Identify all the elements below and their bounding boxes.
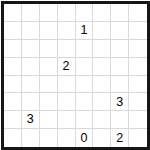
- cell-r3c2[interactable]: [40, 58, 58, 76]
- cell-r5c3[interactable]: [58, 93, 76, 111]
- cell-r7c1[interactable]: [22, 129, 40, 147]
- cell-r4c1[interactable]: [22, 76, 40, 94]
- cell-r1c0[interactable]: [4, 22, 22, 40]
- cell-r2c1[interactable]: [22, 40, 40, 58]
- cell-r5c1[interactable]: [22, 93, 40, 111]
- cell-r3c7[interactable]: [129, 58, 147, 76]
- cell-r3c3: 2: [58, 58, 76, 76]
- cell-r1c7[interactable]: [129, 22, 147, 40]
- cell-r4c6[interactable]: [111, 76, 129, 94]
- cell-r6c7[interactable]: [129, 111, 147, 129]
- cell-r3c5[interactable]: [93, 58, 111, 76]
- cell-r4c7[interactable]: [129, 76, 147, 94]
- cell-r2c2[interactable]: [40, 40, 58, 58]
- cell-r0c0[interactable]: [4, 4, 22, 22]
- cell-r6c1: 3: [22, 111, 40, 129]
- cell-r2c5[interactable]: [93, 40, 111, 58]
- cell-r2c0[interactable]: [4, 40, 22, 58]
- cell-r6c6[interactable]: [111, 111, 129, 129]
- cell-r7c4: 0: [76, 129, 94, 147]
- cell-r6c5[interactable]: [93, 111, 111, 129]
- puzzle-board: 123302: [1, 1, 150, 150]
- cell-r0c4[interactable]: [76, 4, 94, 22]
- cell-r0c3[interactable]: [58, 4, 76, 22]
- cell-r7c6: 2: [111, 129, 129, 147]
- cell-r4c4[interactable]: [76, 76, 94, 94]
- cell-r2c6[interactable]: [111, 40, 129, 58]
- cell-r1c1[interactable]: [22, 22, 40, 40]
- cell-r3c0[interactable]: [4, 58, 22, 76]
- cell-r4c2[interactable]: [40, 76, 58, 94]
- cell-r1c6[interactable]: [111, 22, 129, 40]
- cell-r1c4: 1: [76, 22, 94, 40]
- cell-r1c2[interactable]: [40, 22, 58, 40]
- cell-r5c2[interactable]: [40, 93, 58, 111]
- cell-r3c1[interactable]: [22, 58, 40, 76]
- cell-r6c2[interactable]: [40, 111, 58, 129]
- cell-r7c0[interactable]: [4, 129, 22, 147]
- cell-r6c0[interactable]: [4, 111, 22, 129]
- cell-r0c2[interactable]: [40, 4, 58, 22]
- cell-r0c7[interactable]: [129, 4, 147, 22]
- cell-r5c4[interactable]: [76, 93, 94, 111]
- cell-r3c6[interactable]: [111, 58, 129, 76]
- cell-r0c6[interactable]: [111, 4, 129, 22]
- cell-r5c0[interactable]: [4, 93, 22, 111]
- cell-r7c3[interactable]: [58, 129, 76, 147]
- cell-r4c0[interactable]: [4, 76, 22, 94]
- cell-r2c3[interactable]: [58, 40, 76, 58]
- cell-r2c4[interactable]: [76, 40, 94, 58]
- cell-r5c6: 3: [111, 93, 129, 111]
- cell-r6c4[interactable]: [76, 111, 94, 129]
- cell-r2c7[interactable]: [129, 40, 147, 58]
- cell-r7c7[interactable]: [129, 129, 147, 147]
- cell-r5c5[interactable]: [93, 93, 111, 111]
- cell-r7c5[interactable]: [93, 129, 111, 147]
- cell-r0c5[interactable]: [93, 4, 111, 22]
- cell-r4c5[interactable]: [93, 76, 111, 94]
- cell-r4c3[interactable]: [58, 76, 76, 94]
- cell-r3c4[interactable]: [76, 58, 94, 76]
- cell-r1c5[interactable]: [93, 22, 111, 40]
- cell-r7c2[interactable]: [40, 129, 58, 147]
- cell-r5c7[interactable]: [129, 93, 147, 111]
- cell-r1c3[interactable]: [58, 22, 76, 40]
- cell-r0c1[interactable]: [22, 4, 40, 22]
- cell-r6c3[interactable]: [58, 111, 76, 129]
